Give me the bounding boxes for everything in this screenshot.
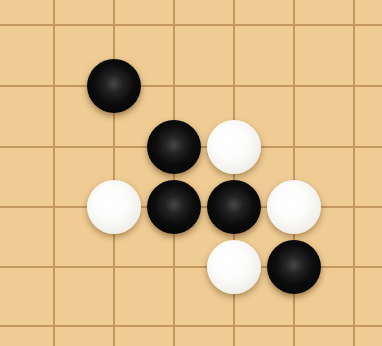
white-stone [207,240,261,294]
grid-line-vertical [293,0,295,346]
grid-line-horizontal [0,325,382,327]
white-stone [207,120,261,174]
grid-line-vertical [353,0,355,346]
white-stone [267,180,321,234]
white-stone [87,180,141,234]
grid-line-horizontal [0,266,382,268]
grid-line-vertical [113,0,115,346]
grid-line-horizontal [0,24,382,26]
black-stone [207,180,261,234]
grid-line-vertical [53,0,55,346]
black-stone [87,59,141,113]
black-stone [147,180,201,234]
black-stone [147,120,201,174]
grid-line-horizontal [0,85,382,87]
gomoku-board[interactable] [0,0,382,346]
black-stone [267,240,321,294]
